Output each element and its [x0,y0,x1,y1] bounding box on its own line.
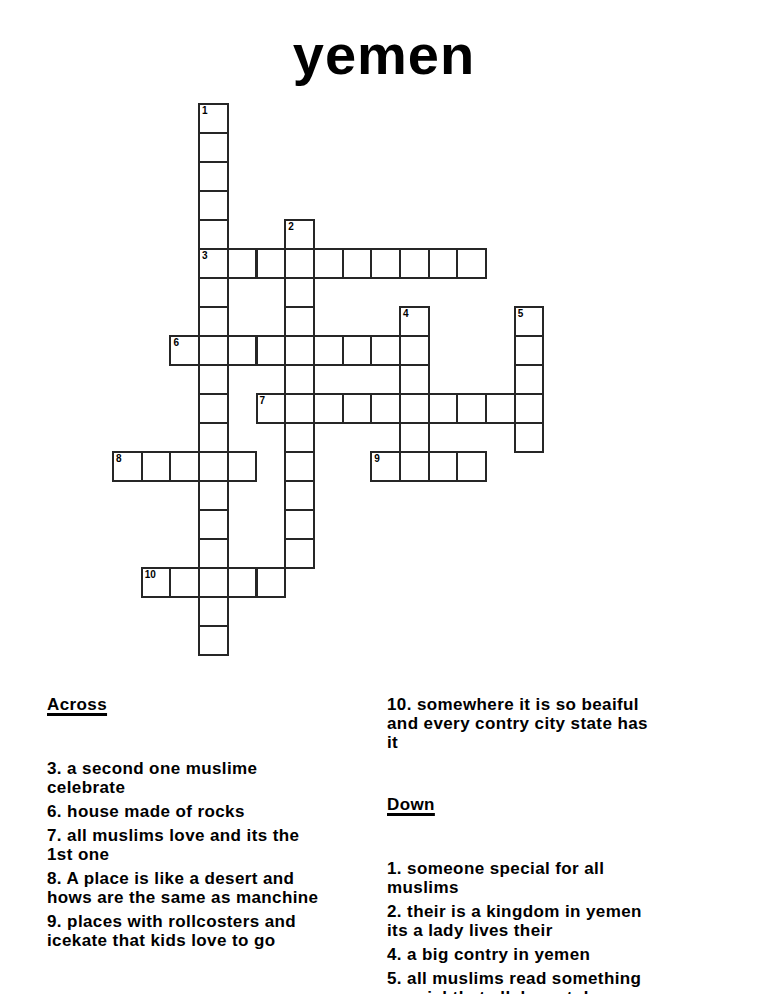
clue-across-7: 7. all muslims love and its the 1st one [47,826,318,864]
grid-cell-r8-c7[interactable] [313,335,344,366]
across-heading: Across [47,695,318,714]
grid-cell-r10-c12[interactable] [456,393,487,424]
grid-cell-r6-c6[interactable] [284,277,315,308]
grid-cell-r11-c6[interactable] [284,422,315,453]
down-clues-slot: 1. someone special for all muslims2. the… [387,859,648,994]
grid-cell-r8-c8[interactable] [342,335,373,366]
grid-cell-r12-c0[interactable]: 8 [112,451,143,482]
grid-cell-r9-c3[interactable] [198,364,229,395]
clue-across-8: 8. A place is like a desert and hows are… [47,869,318,907]
grid-cell-r6-c3[interactable] [198,277,229,308]
grid-cell-r4-c6[interactable]: 2 [284,219,315,250]
grid-cell-r9-c10[interactable] [399,364,430,395]
clue-down-5: 5. all muslims read something special th… [387,969,648,994]
grid-cell-r8-c2[interactable]: 6 [169,335,200,366]
clues-right-column: 10. somewhere it is so beaiful and every… [387,657,648,994]
grid-cell-r5-c8[interactable] [342,248,373,279]
clue-across-10: 10. somewhere it is so beaiful and every… [387,695,648,752]
grid-cell-r7-c10[interactable]: 4 [399,306,430,337]
grid-cell-r7-c14[interactable]: 5 [514,306,545,337]
grid-cell-r10-c7[interactable] [313,393,344,424]
grid-cell-r0-c3[interactable]: 1 [198,103,229,134]
grid-cell-r18-c3[interactable] [198,625,229,656]
clues-left-column: Across 3. a second one muslime celebrate… [47,657,318,993]
grid-cell-r3-c3[interactable] [198,190,229,221]
across-clues-slot: 3. a second one muslime celebrate6. hous… [47,759,318,950]
grid-cell-r12-c6[interactable] [284,451,315,482]
clue-number: 5 [518,308,524,319]
puzzle-title: yemen [0,27,768,83]
grid-cell-r16-c5[interactable] [256,567,287,598]
grid-cell-r10-c5[interactable]: 7 [256,393,287,424]
grid-cell-r8-c5[interactable] [256,335,287,366]
grid-cell-r12-c1[interactable] [141,451,172,482]
grid-cell-r16-c1[interactable]: 10 [141,567,172,598]
grid-cell-r10-c13[interactable] [485,393,516,424]
grid-cell-r5-c4[interactable] [227,248,258,279]
grid-cell-r5-c3[interactable]: 3 [198,248,229,279]
grid-cell-r11-c14[interactable] [514,422,545,453]
grid-cell-r17-c3[interactable] [198,596,229,627]
grid-cell-r5-c7[interactable] [313,248,344,279]
crossword-grid: 12345678910 [112,103,545,657]
grid-cell-r15-c3[interactable] [198,538,229,569]
grid-cell-r13-c3[interactable] [198,480,229,511]
grid-cell-r5-c5[interactable] [256,248,287,279]
grid-cell-r16-c2[interactable] [169,567,200,598]
across-clue-10-slot: 10. somewhere it is so beaiful and every… [387,695,648,752]
grid-cell-r14-c3[interactable] [198,509,229,540]
grid-cell-r12-c2[interactable] [169,451,200,482]
clue-across-9: 9. places with rollcosters and icekate t… [47,912,318,950]
clue-down-4: 4. a big contry in yemen [387,945,648,964]
grid-cell-r5-c10[interactable] [399,248,430,279]
grid-cell-r1-c3[interactable] [198,132,229,163]
clue-number: 8 [116,453,122,464]
grid-cell-r8-c10[interactable] [399,335,430,366]
grid-cell-r16-c4[interactable] [227,567,258,598]
grid-cell-r16-c3[interactable] [198,567,229,598]
crossword-page: yemen 12345678910 Across 3. a second one… [0,0,768,994]
down-heading: Down [387,795,648,814]
clue-down-2: 2. their is a kingdom in yemen its a lad… [387,902,648,940]
grid-cell-r5-c6[interactable] [284,248,315,279]
grid-cell-r11-c3[interactable] [198,422,229,453]
clue-number: 6 [173,337,179,348]
grid-cell-r10-c8[interactable] [342,393,373,424]
grid-cell-r5-c12[interactable] [456,248,487,279]
grid-cell-r9-c14[interactable] [514,364,545,395]
grid-cell-r10-c10[interactable] [399,393,430,424]
grid-cell-r8-c14[interactable] [514,335,545,366]
grid-cell-r7-c6[interactable] [284,306,315,337]
grid-cell-r15-c6[interactable] [284,538,315,569]
grid-cell-r12-c3[interactable] [198,451,229,482]
grid-cell-r5-c9[interactable] [370,248,401,279]
grid-cell-r5-c11[interactable] [428,248,459,279]
grid-cell-r4-c3[interactable] [198,219,229,250]
grid-cell-r12-c11[interactable] [428,451,459,482]
clue-number: 2 [288,221,294,232]
clue-number: 10 [145,569,156,580]
grid-cell-r8-c3[interactable] [198,335,229,366]
clue-down-1: 1. someone special for all muslims [387,859,648,897]
clue-across-3: 3. a second one muslime celebrate [47,759,318,797]
grid-cell-r10-c11[interactable] [428,393,459,424]
clue-number: 4 [403,308,409,319]
grid-cell-r12-c4[interactable] [227,451,258,482]
grid-cell-r8-c9[interactable] [370,335,401,366]
grid-cell-r8-c4[interactable] [227,335,258,366]
grid-cell-r8-c6[interactable] [284,335,315,366]
grid-cell-r9-c6[interactable] [284,364,315,395]
grid-cell-r12-c10[interactable] [399,451,430,482]
grid-cell-r10-c6[interactable] [284,393,315,424]
clue-across-6: 6. house made of rocks [47,802,318,821]
grid-cell-r14-c6[interactable] [284,509,315,540]
clue-number: 7 [260,395,266,406]
clue-number: 1 [202,105,208,116]
grid-cell-r12-c9[interactable]: 9 [370,451,401,482]
grid-cell-r10-c3[interactable] [198,393,229,424]
clue-number: 9 [374,453,380,464]
grid-cell-r7-c3[interactable] [198,306,229,337]
grid-cell-r13-c6[interactable] [284,480,315,511]
grid-cell-r10-c9[interactable] [370,393,401,424]
grid-cell-r2-c3[interactable] [198,161,229,192]
clue-number: 3 [202,250,208,261]
grid-cell-r11-c10[interactable] [399,422,430,453]
grid-cell-r10-c14[interactable] [514,393,545,424]
grid-cell-r12-c12[interactable] [456,451,487,482]
